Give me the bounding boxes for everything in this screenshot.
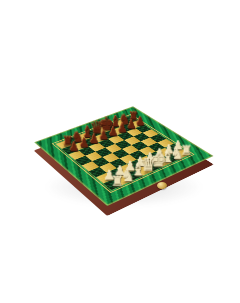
black-pawn: ♟	[89, 133, 100, 145]
black-pawn: ♟	[135, 116, 145, 127]
product-photo: ♜♞♝♛♚♝♞♜♟♟♟♟♟♟♟♟♟♟♟♟♟♟♟♟♜♞♝♛♚♝♞♜	[0, 0, 240, 303]
black-pawn: ♟	[99, 129, 110, 141]
black-pawn: ♟	[79, 137, 90, 149]
white-rook: ♜	[111, 174, 124, 189]
black-pawn: ♟	[117, 122, 127, 133]
brass-latch	[157, 182, 167, 189]
square	[141, 138, 158, 147]
black-pawn: ♟	[108, 126, 118, 138]
black-pawn: ♟	[69, 141, 80, 153]
black-pawn: ♟	[126, 119, 136, 130]
